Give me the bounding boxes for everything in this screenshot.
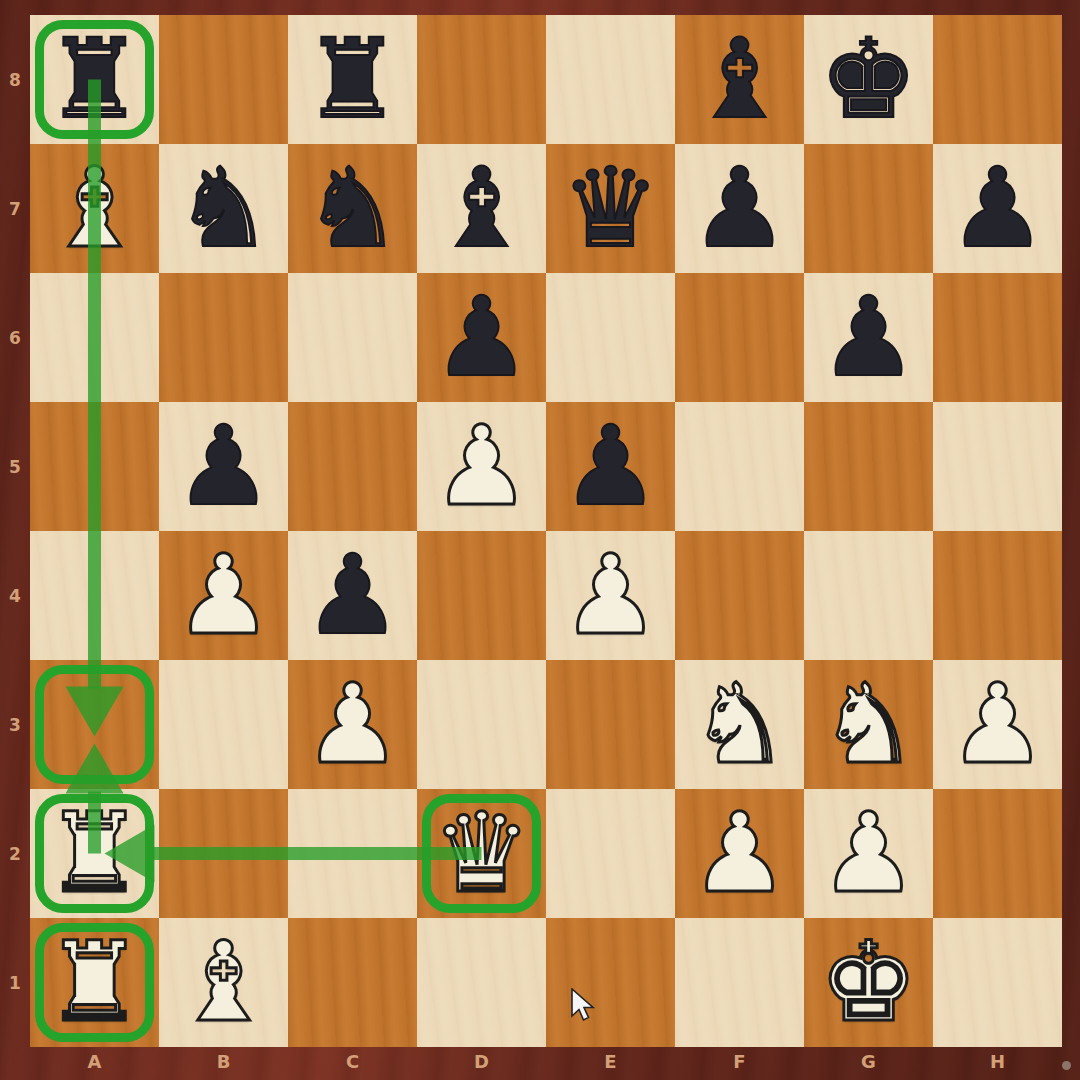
square-b8[interactable] xyxy=(159,15,288,144)
square-h1[interactable] xyxy=(933,918,1062,1047)
piece-white-pawn[interactable]: ♟ xyxy=(288,660,417,789)
file-label-b: B xyxy=(159,1045,288,1078)
file-label-a: A xyxy=(30,1045,159,1078)
square-a5[interactable] xyxy=(30,402,159,531)
piece-black-bishop[interactable]: ♝ xyxy=(675,15,804,144)
highlight-a3 xyxy=(35,665,154,784)
piece-black-rook[interactable]: ♜ xyxy=(30,15,159,144)
square-h4[interactable] xyxy=(933,531,1062,660)
square-g8[interactable]: ♚ xyxy=(804,15,933,144)
piece-black-rook[interactable]: ♜ xyxy=(288,15,417,144)
square-f2[interactable]: ♟ xyxy=(675,789,804,918)
piece-white-king[interactable]: ♚ xyxy=(804,918,933,1047)
square-h5[interactable] xyxy=(933,402,1062,531)
square-a6[interactable] xyxy=(30,273,159,402)
square-a2[interactable]: ♜ xyxy=(30,789,159,918)
square-e7[interactable]: ♛ xyxy=(546,144,675,273)
square-c1[interactable] xyxy=(288,918,417,1047)
rank-label-2: 2 xyxy=(0,789,30,918)
square-b7[interactable]: ♞ xyxy=(159,144,288,273)
square-f7[interactable]: ♟ xyxy=(675,144,804,273)
square-g4[interactable] xyxy=(804,531,933,660)
square-e4[interactable]: ♟ xyxy=(546,531,675,660)
square-f5[interactable] xyxy=(675,402,804,531)
piece-black-pawn[interactable]: ♟ xyxy=(675,144,804,273)
rank-label-4: 4 xyxy=(0,531,30,660)
piece-white-rook[interactable]: ♜ xyxy=(30,789,159,918)
square-g3[interactable]: ♞ xyxy=(804,660,933,789)
rank-label-1: 1 xyxy=(0,918,30,1047)
piece-black-knight[interactable]: ♞ xyxy=(159,144,288,273)
file-label-f: F xyxy=(675,1045,804,1078)
piece-white-pawn[interactable]: ♟ xyxy=(933,660,1062,789)
square-f4[interactable] xyxy=(675,531,804,660)
square-a3[interactable] xyxy=(30,660,159,789)
square-e1[interactable] xyxy=(546,918,675,1047)
square-a8[interactable]: ♜ xyxy=(30,15,159,144)
piece-white-pawn[interactable]: ♟ xyxy=(804,789,933,918)
piece-white-pawn[interactable]: ♟ xyxy=(675,789,804,918)
piece-white-pawn[interactable]: ♟ xyxy=(159,531,288,660)
piece-white-knight[interactable]: ♞ xyxy=(675,660,804,789)
square-d5[interactable]: ♟ xyxy=(417,402,546,531)
square-e2[interactable] xyxy=(546,789,675,918)
square-c4[interactable]: ♟ xyxy=(288,531,417,660)
piece-white-bishop[interactable]: ♝ xyxy=(159,918,288,1047)
rank-label-3: 3 xyxy=(0,660,30,789)
piece-white-pawn[interactable]: ♟ xyxy=(546,531,675,660)
square-c5[interactable] xyxy=(288,402,417,531)
square-b4[interactable]: ♟ xyxy=(159,531,288,660)
piece-black-queen[interactable]: ♛ xyxy=(546,144,675,273)
chess-board: ♜♜♝♚♝♞♞♝♛♟♟♟♟♟♟♟♟♟♟♟♞♞♟♜♛♟♟♜♝♚ xyxy=(30,15,1062,1047)
square-h2[interactable] xyxy=(933,789,1062,918)
square-a1[interactable]: ♜ xyxy=(30,918,159,1047)
square-e5[interactable]: ♟ xyxy=(546,402,675,531)
piece-black-pawn[interactable]: ♟ xyxy=(417,273,546,402)
square-b6[interactable] xyxy=(159,273,288,402)
square-c3[interactable]: ♟ xyxy=(288,660,417,789)
rank-label-5: 5 xyxy=(0,402,30,531)
chess-app-frame: 87654321 ABCDEFGH ♜♜♝♚♝♞♞♝♛♟♟♟♟♟♟♟♟♟♟♟♞♞… xyxy=(0,0,1080,1080)
square-b3[interactable] xyxy=(159,660,288,789)
square-g1[interactable]: ♚ xyxy=(804,918,933,1047)
rank-labels: 87654321 xyxy=(0,15,30,1047)
square-d8[interactable] xyxy=(417,15,546,144)
piece-black-knight[interactable]: ♞ xyxy=(288,144,417,273)
piece-black-king[interactable]: ♚ xyxy=(804,15,933,144)
square-g2[interactable]: ♟ xyxy=(804,789,933,918)
square-d1[interactable] xyxy=(417,918,546,1047)
square-d7[interactable]: ♝ xyxy=(417,144,546,273)
square-f1[interactable] xyxy=(675,918,804,1047)
square-c2[interactable] xyxy=(288,789,417,918)
square-b5[interactable]: ♟ xyxy=(159,402,288,531)
square-c7[interactable]: ♞ xyxy=(288,144,417,273)
rank-label-8: 8 xyxy=(0,15,30,144)
piece-black-pawn[interactable]: ♟ xyxy=(546,402,675,531)
square-c6[interactable] xyxy=(288,273,417,402)
file-label-c: C xyxy=(288,1045,417,1078)
square-d2[interactable]: ♛ xyxy=(417,789,546,918)
file-label-d: D xyxy=(417,1045,546,1078)
square-f6[interactable] xyxy=(675,273,804,402)
piece-black-bishop[interactable]: ♝ xyxy=(417,144,546,273)
piece-black-pawn[interactable]: ♟ xyxy=(159,402,288,531)
square-h8[interactable] xyxy=(933,15,1062,144)
piece-black-pawn[interactable]: ♟ xyxy=(804,273,933,402)
square-f8[interactable]: ♝ xyxy=(675,15,804,144)
square-e8[interactable] xyxy=(546,15,675,144)
square-e6[interactable] xyxy=(546,273,675,402)
square-c8[interactable]: ♜ xyxy=(288,15,417,144)
piece-white-pawn[interactable]: ♟ xyxy=(417,402,546,531)
square-h7[interactable]: ♟ xyxy=(933,144,1062,273)
square-f3[interactable]: ♞ xyxy=(675,660,804,789)
piece-black-pawn[interactable]: ♟ xyxy=(933,144,1062,273)
square-g5[interactable] xyxy=(804,402,933,531)
file-labels: ABCDEFGH xyxy=(30,1045,1062,1080)
square-a7[interactable]: ♝ xyxy=(30,144,159,273)
file-label-g: G xyxy=(804,1045,933,1078)
file-label-e: E xyxy=(546,1045,675,1078)
square-d6[interactable]: ♟ xyxy=(417,273,546,402)
piece-white-knight[interactable]: ♞ xyxy=(804,660,933,789)
file-label-h: H xyxy=(933,1045,1062,1078)
square-g6[interactable]: ♟ xyxy=(804,273,933,402)
rank-label-6: 6 xyxy=(0,273,30,402)
piece-black-pawn[interactable]: ♟ xyxy=(288,531,417,660)
square-b2[interactable] xyxy=(159,789,288,918)
square-a4[interactable] xyxy=(30,531,159,660)
piece-white-rook[interactable]: ♜ xyxy=(30,918,159,1047)
corner-dot xyxy=(1062,1061,1071,1070)
square-g7[interactable] xyxy=(804,144,933,273)
rank-label-7: 7 xyxy=(0,144,30,273)
square-b1[interactable]: ♝ xyxy=(159,918,288,1047)
piece-white-bishop[interactable]: ♝ xyxy=(30,144,159,273)
square-d4[interactable] xyxy=(417,531,546,660)
square-d3[interactable] xyxy=(417,660,546,789)
square-e3[interactable] xyxy=(546,660,675,789)
square-h3[interactable]: ♟ xyxy=(933,660,1062,789)
piece-white-queen[interactable]: ♛ xyxy=(417,789,546,918)
square-h6[interactable] xyxy=(933,273,1062,402)
